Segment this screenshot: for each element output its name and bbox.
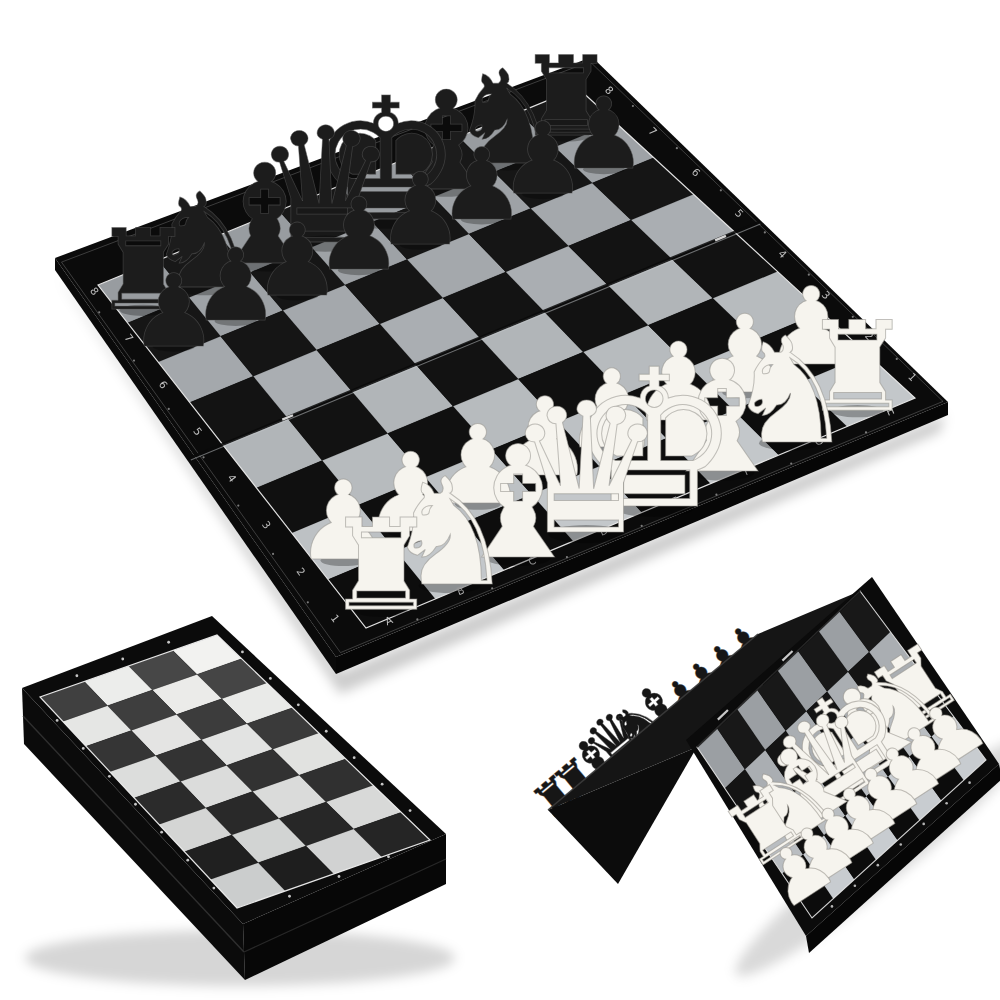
frame-dot [353,756,356,759]
frame-dot [269,677,272,680]
frame-dot [922,823,925,826]
chess-set-scene: 8A17B26C35D44E53F62G71H8♜♞♟♝♟♚♟♛♟♝♟♞♟♜♟♟… [0,0,1000,1000]
frame-dot [764,231,766,233]
frame-dot [56,719,59,722]
frame-dot [202,456,204,458]
frame-dot [831,905,834,908]
frame-dot [381,783,384,786]
half-folded-board-view: ♜♜♝♛♞♝♟♟♟♟♜♞♝♚♛♝♞♜♟♟♟♟♟♟♟♟ [521,577,1000,995]
frame-dot [899,843,902,846]
frame-dot [877,864,880,867]
frame-dot [338,875,341,878]
frame-dot [82,747,85,750]
frame-dot [167,641,170,644]
frame-dot [212,887,215,890]
frame-dot [720,189,722,191]
frame-dot [186,859,189,862]
product-photo: 8A17B26C35D44E53F62G71H8♜♞♟♝♟♚♟♛♟♝♟♞♟♜♟♟… [0,0,1000,1000]
frame-dot [325,730,328,733]
frame-dot [108,775,111,778]
frame-dot [241,651,244,654]
piece-black-pawn-a7: ♟ [129,253,219,370]
piece-white-rook-a1: ♜ [325,492,438,639]
frame-dot [75,674,78,677]
frame-dot [237,505,239,507]
frame-dot [945,802,948,805]
frame-dot [854,884,857,887]
frame-dot [387,855,390,858]
frame-dot [160,831,163,834]
main-board-view: 8A17B26C35D44E53F62G71H8♜♞♟♝♟♚♟♛♟♝♟♞♟♜♟♟… [55,33,948,694]
frame-dot [676,147,678,149]
frame-dot [307,601,309,603]
frame-dot [968,781,971,784]
frame-dot [134,803,137,806]
frame-dot [409,809,412,812]
frame-dot [297,703,300,706]
frame-dot [272,553,274,555]
frame-dot [168,408,170,410]
frame-dot [288,895,291,898]
frame-dot [121,658,124,661]
